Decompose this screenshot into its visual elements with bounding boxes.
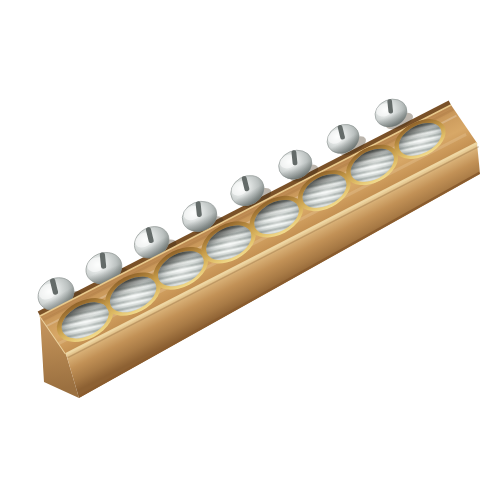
product-photo-stage: [0, 0, 500, 500]
terminal-block-photo: [0, 0, 500, 500]
